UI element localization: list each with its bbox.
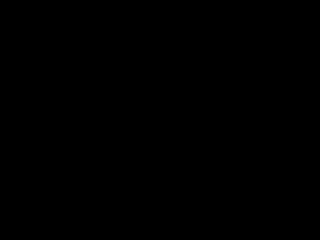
- go-board-scene: [0, 0, 133, 171]
